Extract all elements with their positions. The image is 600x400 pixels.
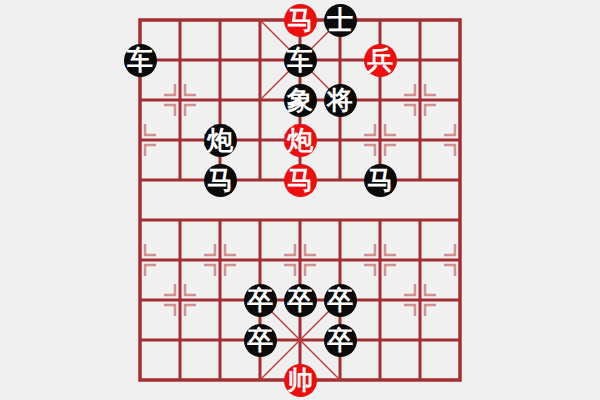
point-5-2[interactable]: 将 [320, 80, 360, 120]
point-5-8[interactable]: 卒 [320, 320, 360, 360]
red-general[interactable]: 帅 [284, 364, 317, 397]
point-8-3[interactable] [440, 120, 480, 160]
point-4-1[interactable]: 车 [280, 40, 320, 80]
point-5-5[interactable] [320, 200, 360, 240]
point-8-5[interactable] [440, 200, 480, 240]
point-1-7[interactable] [160, 280, 200, 320]
point-7-2[interactable] [400, 80, 440, 120]
point-3-3[interactable] [240, 120, 280, 160]
point-1-4[interactable] [160, 160, 200, 200]
black-horse[interactable]: 马 [204, 164, 237, 197]
point-0-0[interactable] [120, 0, 160, 40]
point-1-6[interactable] [160, 240, 200, 280]
point-3-5[interactable] [240, 200, 280, 240]
point-5-6[interactable] [320, 240, 360, 280]
point-3-8[interactable]: 卒 [240, 320, 280, 360]
point-6-3[interactable] [360, 120, 400, 160]
point-6-8[interactable] [360, 320, 400, 360]
black-advisor[interactable]: 士 [324, 4, 357, 37]
red-horse[interactable]: 马 [284, 4, 317, 37]
black-chariot[interactable]: 车 [124, 44, 157, 77]
point-5-7[interactable]: 卒 [320, 280, 360, 320]
point-0-8[interactable] [120, 320, 160, 360]
point-2-9[interactable] [200, 360, 240, 400]
point-5-3[interactable] [320, 120, 360, 160]
point-7-0[interactable] [400, 0, 440, 40]
point-2-7[interactable] [200, 280, 240, 320]
point-5-1[interactable] [320, 40, 360, 80]
black-chariot[interactable]: 车 [284, 44, 317, 77]
point-4-5[interactable] [280, 200, 320, 240]
point-5-0[interactable]: 士 [320, 0, 360, 40]
point-4-2[interactable]: 象 [280, 80, 320, 120]
point-4-0[interactable]: 马 [280, 0, 320, 40]
point-6-6[interactable] [360, 240, 400, 280]
point-2-1[interactable] [200, 40, 240, 80]
point-6-1[interactable]: 兵 [360, 40, 400, 80]
point-2-8[interactable] [200, 320, 240, 360]
point-3-7[interactable]: 卒 [240, 280, 280, 320]
point-2-2[interactable] [200, 80, 240, 120]
xiangqi-board[interactable]: 马士车车兵象将炮炮马马马卒卒卒卒卒帅 [120, 0, 480, 400]
point-5-4[interactable] [320, 160, 360, 200]
point-6-7[interactable] [360, 280, 400, 320]
point-7-8[interactable] [400, 320, 440, 360]
black-cannon[interactable]: 炮 [204, 124, 237, 157]
black-elephant[interactable]: 象 [284, 84, 317, 117]
point-8-0[interactable] [440, 0, 480, 40]
black-general[interactable]: 将 [324, 84, 357, 117]
point-8-7[interactable] [440, 280, 480, 320]
black-pawn[interactable]: 卒 [324, 284, 357, 317]
point-7-9[interactable] [400, 360, 440, 400]
red-horse[interactable]: 马 [284, 164, 317, 197]
point-1-9[interactable] [160, 360, 200, 400]
point-1-2[interactable] [160, 80, 200, 120]
point-4-9[interactable]: 帅 [280, 360, 320, 400]
point-7-7[interactable] [400, 280, 440, 320]
point-3-1[interactable] [240, 40, 280, 80]
point-1-3[interactable] [160, 120, 200, 160]
point-2-0[interactable] [200, 0, 240, 40]
point-0-5[interactable] [120, 200, 160, 240]
point-8-8[interactable] [440, 320, 480, 360]
point-2-5[interactable] [200, 200, 240, 240]
board-canvas: 马士车车兵象将炮炮马马马卒卒卒卒卒帅 [0, 0, 600, 400]
red-cannon[interactable]: 炮 [284, 124, 317, 157]
point-3-6[interactable] [240, 240, 280, 280]
point-0-9[interactable] [120, 360, 160, 400]
point-7-6[interactable] [400, 240, 440, 280]
point-7-5[interactable] [400, 200, 440, 240]
point-8-9[interactable] [440, 360, 480, 400]
point-6-9[interactable] [360, 360, 400, 400]
point-0-2[interactable] [120, 80, 160, 120]
point-2-6[interactable] [200, 240, 240, 280]
point-4-3[interactable]: 炮 [280, 120, 320, 160]
point-0-4[interactable] [120, 160, 160, 200]
point-0-3[interactable] [120, 120, 160, 160]
point-3-2[interactable] [240, 80, 280, 120]
point-7-3[interactable] [400, 120, 440, 160]
point-6-5[interactable] [360, 200, 400, 240]
point-3-0[interactable] [240, 0, 280, 40]
point-2-4[interactable]: 马 [200, 160, 240, 200]
point-1-1[interactable] [160, 40, 200, 80]
point-4-7[interactable]: 卒 [280, 280, 320, 320]
point-4-4[interactable]: 马 [280, 160, 320, 200]
point-0-1[interactable]: 车 [120, 40, 160, 80]
point-8-1[interactable] [440, 40, 480, 80]
point-0-7[interactable] [120, 280, 160, 320]
black-pawn[interactable]: 卒 [284, 284, 317, 317]
point-7-1[interactable] [400, 40, 440, 80]
red-soldier[interactable]: 兵 [364, 44, 397, 77]
point-6-4[interactable]: 马 [360, 160, 400, 200]
point-1-0[interactable] [160, 0, 200, 40]
black-pawn[interactable]: 卒 [244, 324, 277, 357]
point-7-4[interactable] [400, 160, 440, 200]
point-1-8[interactable] [160, 320, 200, 360]
point-8-4[interactable] [440, 160, 480, 200]
point-1-5[interactable] [160, 200, 200, 240]
black-pawn[interactable]: 卒 [324, 324, 357, 357]
point-8-2[interactable] [440, 80, 480, 120]
point-6-2[interactable] [360, 80, 400, 120]
black-pawn[interactable]: 卒 [244, 284, 277, 317]
point-4-6[interactable] [280, 240, 320, 280]
point-4-8[interactable] [280, 320, 320, 360]
point-5-9[interactable] [320, 360, 360, 400]
point-3-4[interactable] [240, 160, 280, 200]
point-3-9[interactable] [240, 360, 280, 400]
point-6-0[interactable] [360, 0, 400, 40]
point-0-6[interactable] [120, 240, 160, 280]
black-horse[interactable]: 马 [364, 164, 397, 197]
point-8-6[interactable] [440, 240, 480, 280]
point-2-3[interactable]: 炮 [200, 120, 240, 160]
